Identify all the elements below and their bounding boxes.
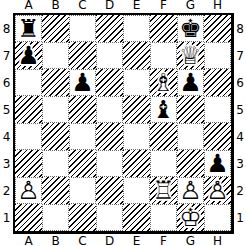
square-a8[interactable]: ♜♜ <box>15 15 42 42</box>
square-c7[interactable] <box>69 42 96 69</box>
rank-label-1: 1 <box>234 204 246 231</box>
piece-glyph: ♙ <box>178 178 203 203</box>
file-label-b: B <box>42 0 69 13</box>
square-d6[interactable] <box>96 69 123 96</box>
piece-white-queen-g7[interactable]: ♛♕ <box>177 42 204 69</box>
square-f8[interactable] <box>150 15 177 42</box>
square-g1[interactable]: ♚♔ <box>177 204 204 231</box>
square-d1[interactable] <box>96 204 123 231</box>
square-c3[interactable] <box>69 150 96 177</box>
file-label-h: H <box>204 234 231 246</box>
rank-label-3: 3 <box>0 150 13 177</box>
file-label-g: G <box>177 234 204 246</box>
piece-glyph: ♖ <box>150 177 177 204</box>
chess-board: ♜♜♚♚♟♟♛♕♟♟♝♗♟♟♝♝♟♟♟♙♜♖♟♙♟♙♚♔ <box>13 13 234 234</box>
square-b2[interactable] <box>42 177 69 204</box>
piece-black-pawn-g6[interactable]: ♟♟ <box>178 70 203 95</box>
square-c1[interactable] <box>69 204 96 231</box>
rank-label-2: 2 <box>234 177 246 204</box>
piece-glyph: ♕ <box>177 42 204 69</box>
square-f7[interactable] <box>150 42 177 69</box>
file-labels-bottom: ABCDEFGH <box>15 234 231 246</box>
square-h4[interactable] <box>204 123 231 150</box>
square-b4[interactable] <box>42 123 69 150</box>
square-d3[interactable] <box>96 150 123 177</box>
piece-glyph: ♜ <box>16 16 41 41</box>
rank-label-8: 8 <box>0 15 13 42</box>
piece-white-pawn-h2[interactable]: ♟♙ <box>204 177 231 204</box>
file-label-f: F <box>150 0 177 13</box>
rank-label-5: 5 <box>234 96 246 123</box>
rank-labels-right: 87654321 <box>234 15 246 231</box>
rank-label-4: 4 <box>0 123 13 150</box>
square-a5[interactable] <box>15 96 42 123</box>
file-label-b: B <box>42 234 69 246</box>
file-label-h: H <box>204 0 231 13</box>
square-d7[interactable] <box>96 42 123 69</box>
square-h2[interactable]: ♟♙ <box>204 177 231 204</box>
piece-white-bishop-f6[interactable]: ♝♗ <box>150 69 177 96</box>
square-e8[interactable] <box>123 15 150 42</box>
square-h7[interactable] <box>204 42 231 69</box>
square-d5[interactable] <box>96 96 123 123</box>
square-a1[interactable] <box>15 204 42 231</box>
piece-black-rook-a8[interactable]: ♜♜ <box>16 16 41 41</box>
square-h6[interactable] <box>204 69 231 96</box>
file-label-e: E <box>123 234 150 246</box>
chess-diagram-page: ABCDEFGH 87654321 87654321 ABCDEFGH ♜♜♚♚… <box>0 0 246 246</box>
square-e5[interactable] <box>123 96 150 123</box>
file-label-e: E <box>123 0 150 13</box>
square-g5[interactable] <box>177 96 204 123</box>
square-b5[interactable] <box>42 96 69 123</box>
piece-glyph: ♝ <box>151 97 176 122</box>
piece-glyph: ♚ <box>178 16 203 41</box>
file-label-c: C <box>69 0 96 13</box>
square-f2[interactable]: ♜♖ <box>150 177 177 204</box>
file-labels-top: ABCDEFGH <box>15 0 231 13</box>
square-g4[interactable] <box>177 123 204 150</box>
square-a7[interactable]: ♟♟ <box>15 42 42 69</box>
rank-label-3: 3 <box>234 150 246 177</box>
file-label-g: G <box>177 0 204 13</box>
rank-label-7: 7 <box>234 42 246 69</box>
square-b3[interactable] <box>42 150 69 177</box>
square-c6[interactable]: ♟♟ <box>69 69 96 96</box>
rank-label-6: 6 <box>0 69 13 96</box>
square-e3[interactable] <box>123 150 150 177</box>
rank-labels-left: 87654321 <box>0 15 13 231</box>
file-label-f: F <box>150 234 177 246</box>
square-g6[interactable]: ♟♟ <box>177 69 204 96</box>
piece-white-rook-f2[interactable]: ♜♖ <box>150 177 177 204</box>
square-h3[interactable]: ♟♟ <box>204 150 231 177</box>
square-f4[interactable] <box>150 123 177 150</box>
rank-label-5: 5 <box>0 96 13 123</box>
square-e1[interactable] <box>123 204 150 231</box>
square-c8[interactable] <box>69 15 96 42</box>
square-c5[interactable] <box>69 96 96 123</box>
square-e2[interactable] <box>123 177 150 204</box>
square-a4[interactable] <box>15 123 42 150</box>
piece-glyph: ♟ <box>205 151 230 176</box>
piece-black-pawn-a7[interactable]: ♟♟ <box>15 42 42 69</box>
piece-glyph: ♟ <box>178 70 203 95</box>
square-b7[interactable] <box>42 42 69 69</box>
piece-glyph: ♗ <box>150 69 177 96</box>
square-f3[interactable] <box>150 150 177 177</box>
square-f5[interactable]: ♝♝ <box>150 96 177 123</box>
square-c4[interactable] <box>69 123 96 150</box>
square-b6[interactable] <box>42 69 69 96</box>
square-e6[interactable] <box>123 69 150 96</box>
square-f1[interactable] <box>150 204 177 231</box>
piece-glyph: ♙ <box>16 178 41 203</box>
piece-glyph: ♙ <box>204 177 231 204</box>
square-a3[interactable] <box>15 150 42 177</box>
square-e4[interactable] <box>123 123 150 150</box>
square-g8[interactable]: ♚♚ <box>177 15 204 42</box>
square-e7[interactable] <box>123 42 150 69</box>
piece-white-pawn-g2[interactable]: ♟♙ <box>178 178 203 203</box>
square-h5[interactable] <box>204 96 231 123</box>
file-label-a: A <box>15 0 42 13</box>
square-h1[interactable] <box>204 204 231 231</box>
piece-black-bishop-f5[interactable]: ♝♝ <box>151 97 176 122</box>
rank-label-4: 4 <box>234 123 246 150</box>
file-label-d: D <box>96 0 123 13</box>
piece-black-pawn-c6[interactable]: ♟♟ <box>70 70 95 95</box>
square-g3[interactable] <box>177 150 204 177</box>
square-g2[interactable]: ♟♙ <box>177 177 204 204</box>
square-b1[interactable] <box>42 204 69 231</box>
rank-label-1: 1 <box>0 204 13 231</box>
square-b8[interactable] <box>42 15 69 42</box>
rank-label-6: 6 <box>234 69 246 96</box>
piece-black-pawn-h3[interactable]: ♟♟ <box>205 151 230 176</box>
square-g7[interactable]: ♛♕ <box>177 42 204 69</box>
square-f6[interactable]: ♝♗ <box>150 69 177 96</box>
piece-white-king-g1[interactable]: ♚♔ <box>177 204 204 231</box>
rank-label-8: 8 <box>234 15 246 42</box>
rank-label-2: 2 <box>0 177 13 204</box>
piece-black-king-g8[interactable]: ♚♚ <box>178 16 203 41</box>
file-label-c: C <box>69 234 96 246</box>
square-a2[interactable]: ♟♙ <box>15 177 42 204</box>
square-d4[interactable] <box>96 123 123 150</box>
square-d2[interactable] <box>96 177 123 204</box>
file-label-a: A <box>15 234 42 246</box>
rank-label-7: 7 <box>0 42 13 69</box>
square-c2[interactable] <box>69 177 96 204</box>
piece-glyph: ♔ <box>177 204 204 231</box>
square-h8[interactable] <box>204 15 231 42</box>
piece-glyph: ♟ <box>15 42 42 69</box>
square-d8[interactable] <box>96 15 123 42</box>
piece-glyph: ♟ <box>70 70 95 95</box>
square-a6[interactable] <box>15 69 42 96</box>
file-label-d: D <box>96 234 123 246</box>
piece-white-pawn-a2[interactable]: ♟♙ <box>16 178 41 203</box>
